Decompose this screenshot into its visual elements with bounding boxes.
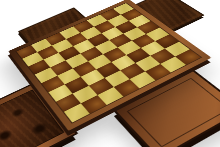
chess-set <box>10 3 212 136</box>
photo-background <box>0 0 220 147</box>
chess-set-scene <box>15 0 193 147</box>
chess-set-tilt <box>0 0 220 147</box>
